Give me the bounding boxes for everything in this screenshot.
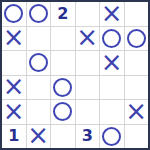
cell-r6c5[interactable] [100, 125, 124, 149]
o-mark [4, 4, 23, 23]
x-mark: × [101, 2, 123, 26]
cell-r6c2[interactable]: × [27, 125, 51, 149]
cell-r1c4[interactable] [76, 2, 100, 26]
cell-r2c3[interactable] [51, 27, 75, 51]
number-clue: 3 [82, 128, 93, 144]
cell-r2c2[interactable] [27, 27, 51, 51]
x-mark: × [3, 27, 25, 51]
cell-r4c1[interactable]: × [2, 76, 26, 100]
cell-r3c3[interactable] [51, 51, 75, 75]
cell-r5c3[interactable] [51, 100, 75, 124]
x-mark: × [3, 76, 25, 100]
puzzle-board: 2×××××××1×3 [0, 0, 150, 150]
cell-r2c4[interactable]: × [76, 27, 100, 51]
cell-r4c3[interactable] [51, 76, 75, 100]
cell-r1c2[interactable] [27, 2, 51, 26]
cell-r1c3: 2 [51, 2, 75, 26]
o-mark [102, 127, 121, 146]
x-mark: × [101, 51, 123, 75]
cell-r3c2[interactable] [27, 51, 51, 75]
number-clue: 2 [57, 6, 68, 22]
o-mark [29, 53, 48, 72]
cell-r1c1[interactable] [2, 2, 26, 26]
cell-r5c2[interactable] [27, 100, 51, 124]
o-mark [53, 78, 72, 97]
cell-r1c6[interactable] [125, 2, 149, 26]
puzzle-stage: 2×××××××1×3 [0, 0, 150, 150]
o-mark [127, 29, 146, 48]
cell-r3c1[interactable] [2, 51, 26, 75]
number-clue: 1 [8, 128, 19, 144]
cell-r3c6[interactable] [125, 51, 149, 75]
cell-r5c6[interactable]: × [125, 100, 149, 124]
cell-r4c2[interactable] [27, 76, 51, 100]
x-mark: × [125, 100, 147, 124]
cell-r5c1[interactable]: × [2, 100, 26, 124]
cell-r4c6[interactable] [125, 76, 149, 100]
cell-r5c5[interactable] [100, 100, 124, 124]
cell-r6c6[interactable] [125, 125, 149, 149]
cell-r6c4: 3 [76, 125, 100, 149]
cell-r1c5[interactable]: × [100, 2, 124, 26]
cell-r2c5[interactable] [100, 27, 124, 51]
x-mark: × [3, 100, 25, 124]
cell-r4c5[interactable] [100, 76, 124, 100]
x-mark: × [76, 27, 98, 51]
cell-r6c3[interactable] [51, 125, 75, 149]
cell-r5c4[interactable] [76, 100, 100, 124]
cell-r2c6[interactable] [125, 27, 149, 51]
cell-r3c5[interactable]: × [100, 51, 124, 75]
o-mark [53, 102, 72, 121]
o-mark [102, 29, 121, 48]
o-mark [29, 4, 48, 23]
cell-r4c4[interactable] [76, 76, 100, 100]
cell-r3c4[interactable] [76, 51, 100, 75]
cell-r6c1: 1 [2, 125, 26, 149]
x-mark: × [27, 125, 49, 149]
cell-r2c1[interactable]: × [2, 27, 26, 51]
